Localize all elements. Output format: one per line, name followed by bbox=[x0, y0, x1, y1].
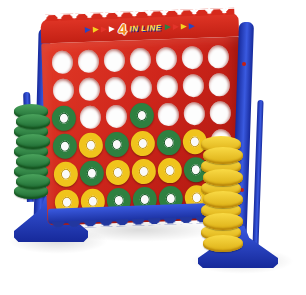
green-disc[interactable] bbox=[52, 133, 77, 159]
yellow-tray-disc[interactable] bbox=[203, 213, 243, 230]
empty-hole bbox=[207, 44, 229, 68]
green-disc[interactable] bbox=[156, 129, 181, 155]
yellow-disc[interactable] bbox=[78, 132, 103, 158]
yellow-tray-disc[interactable] bbox=[203, 191, 243, 208]
empty-hole bbox=[130, 75, 152, 99]
yellow-tray-disc[interactable] bbox=[203, 147, 243, 164]
empty-hole bbox=[181, 45, 203, 69]
pennant-flag-icon bbox=[164, 24, 170, 30]
pennant-flag-icon bbox=[85, 27, 91, 33]
empty-hole bbox=[51, 50, 73, 74]
cell-r1c5[interactable] bbox=[152, 44, 179, 73]
product-photo-giant-connect-four: 4 IN LINE bbox=[0, 0, 306, 295]
green-disc-tray[interactable] bbox=[13, 104, 49, 199]
empty-hole bbox=[183, 101, 205, 125]
banner-number: 4 bbox=[118, 21, 127, 36]
cell-r3c6[interactable] bbox=[180, 99, 207, 128]
cell-r3c2[interactable] bbox=[76, 102, 103, 131]
empty-hole bbox=[78, 77, 100, 101]
cell-r5c3[interactable] bbox=[104, 157, 131, 186]
green-disc[interactable] bbox=[129, 102, 154, 128]
pennant-flag-icon bbox=[109, 26, 115, 32]
banner-flags-left bbox=[85, 26, 115, 33]
cell-r4c2[interactable] bbox=[77, 130, 104, 159]
screw-detail bbox=[242, 62, 246, 66]
cell-r3c5[interactable] bbox=[154, 100, 181, 129]
cell-r5c1[interactable] bbox=[52, 159, 79, 188]
cell-r1c7[interactable] bbox=[204, 42, 231, 71]
yellow-disc[interactable] bbox=[105, 159, 130, 185]
pennant-flag-icon bbox=[93, 26, 99, 32]
cell-r1c3[interactable] bbox=[100, 46, 127, 75]
cell-r2c6[interactable] bbox=[179, 71, 206, 100]
yellow-disc-tray[interactable] bbox=[200, 136, 242, 252]
cell-r1c4[interactable] bbox=[126, 45, 153, 74]
empty-hole bbox=[208, 72, 230, 96]
cell-r2c2[interactable] bbox=[75, 74, 102, 103]
green-tray-disc[interactable] bbox=[16, 114, 50, 129]
pennant-flag-icon bbox=[188, 23, 194, 29]
empty-hole bbox=[182, 73, 204, 97]
empty-hole bbox=[157, 102, 179, 126]
cell-r1c6[interactable] bbox=[178, 43, 205, 72]
green-disc[interactable] bbox=[51, 105, 76, 131]
green-tray-disc[interactable] bbox=[16, 154, 50, 169]
empty-hole bbox=[105, 104, 127, 128]
banner-title: IN LINE bbox=[129, 23, 161, 33]
pennant-flag-icon bbox=[180, 23, 186, 29]
pennant-flag-icon bbox=[101, 26, 107, 32]
yellow-disc[interactable] bbox=[131, 158, 156, 184]
cell-r4c5[interactable] bbox=[155, 128, 182, 157]
cell-r5c5[interactable] bbox=[156, 156, 183, 185]
cell-r3c4[interactable] bbox=[128, 101, 155, 130]
empty-hole bbox=[129, 47, 151, 71]
empty-hole bbox=[156, 74, 178, 98]
empty-hole bbox=[155, 46, 177, 70]
yellow-tray-disc[interactable] bbox=[203, 169, 243, 186]
cell-r2c4[interactable] bbox=[127, 73, 154, 102]
green-disc[interactable] bbox=[104, 131, 129, 157]
cell-r3c3[interactable] bbox=[102, 101, 129, 130]
cell-r3c7[interactable] bbox=[206, 98, 233, 127]
empty-hole bbox=[52, 78, 74, 102]
green-tray-disc[interactable] bbox=[16, 174, 50, 189]
cell-r1c2[interactable] bbox=[74, 46, 101, 75]
cell-r2c7[interactable] bbox=[205, 70, 232, 99]
cell-r2c1[interactable] bbox=[49, 75, 76, 104]
cell-r4c4[interactable] bbox=[129, 129, 156, 158]
green-disc[interactable] bbox=[79, 160, 104, 186]
empty-hole bbox=[77, 49, 99, 73]
yellow-disc[interactable] bbox=[130, 130, 155, 156]
cell-r2c5[interactable] bbox=[153, 72, 180, 101]
empty-hole bbox=[104, 76, 126, 100]
yellow-tray-disc[interactable] bbox=[203, 235, 243, 252]
empty-hole bbox=[79, 105, 101, 129]
cell-r1c1[interactable] bbox=[48, 47, 75, 76]
cell-r5c4[interactable] bbox=[130, 157, 157, 186]
banner-flags-right bbox=[164, 23, 194, 30]
cell-r4c1[interactable] bbox=[51, 131, 78, 160]
cell-r5c2[interactable] bbox=[78, 158, 105, 187]
pennant-flag-icon bbox=[172, 24, 178, 30]
cell-r4c3[interactable] bbox=[103, 129, 130, 158]
empty-hole bbox=[209, 100, 231, 124]
green-tray-disc[interactable] bbox=[16, 134, 50, 149]
cell-r3c1[interactable] bbox=[50, 103, 77, 132]
right-disc-holder-pole bbox=[252, 100, 263, 248]
yellow-disc[interactable] bbox=[53, 161, 78, 187]
empty-hole bbox=[103, 48, 125, 72]
yellow-disc[interactable] bbox=[157, 157, 182, 183]
cell-r2c3[interactable] bbox=[101, 74, 128, 103]
